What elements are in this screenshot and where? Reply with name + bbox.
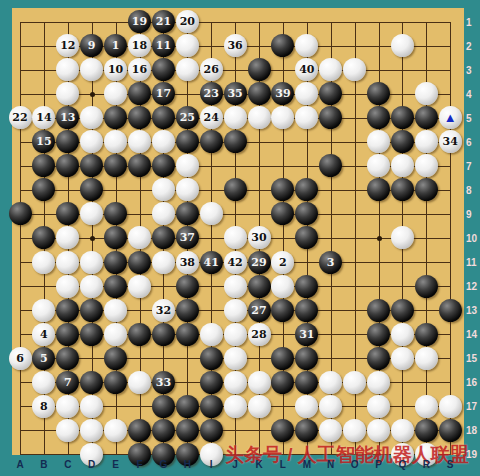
stone-A5: 22 xyxy=(9,106,32,129)
stone-L12 xyxy=(271,275,294,298)
stone-A15: 6 xyxy=(9,347,32,370)
stone-H7 xyxy=(176,154,199,177)
stone-C4 xyxy=(56,82,79,105)
stone-J13 xyxy=(224,299,247,322)
stone-B7 xyxy=(32,154,55,177)
stone-C17 xyxy=(56,395,79,418)
stone-Q2 xyxy=(391,34,414,57)
col-label-O: O xyxy=(351,459,359,470)
stone-I4: 23 xyxy=(200,82,223,105)
stone-Q10 xyxy=(391,226,414,249)
col-label-G: G xyxy=(160,459,168,470)
stone-B5: 14 xyxy=(32,106,55,129)
stone-Q8 xyxy=(391,178,414,201)
stone-M4 xyxy=(295,82,318,105)
stone-G17 xyxy=(152,395,175,418)
move-number: 27 xyxy=(251,305,266,316)
last-move-triangle-marker: ▲ xyxy=(444,111,457,124)
stone-C15 xyxy=(56,347,79,370)
stone-I17 xyxy=(200,395,223,418)
stone-D2: 9 xyxy=(80,34,103,57)
move-number: 39 xyxy=(275,88,290,99)
stone-Q15 xyxy=(391,347,414,370)
move-number: 29 xyxy=(251,257,266,268)
stone-M16 xyxy=(295,371,318,394)
stone-E2: 1 xyxy=(104,34,127,57)
stone-M9 xyxy=(295,202,318,225)
move-number: 1 xyxy=(112,40,120,51)
stone-L9 xyxy=(271,202,294,225)
stone-S6: 34 xyxy=(439,130,462,153)
row-label-2: 2 xyxy=(466,40,472,51)
stone-R17 xyxy=(415,395,438,418)
stone-C7 xyxy=(56,154,79,177)
stone-D6 xyxy=(80,130,103,153)
stone-G9 xyxy=(152,202,175,225)
move-number: 7 xyxy=(64,377,72,388)
stone-E3: 10 xyxy=(104,58,127,81)
stone-Q5 xyxy=(391,106,414,129)
stone-J2: 36 xyxy=(224,34,247,57)
stone-J10 xyxy=(224,226,247,249)
stone-R5 xyxy=(415,106,438,129)
stone-R12 xyxy=(415,275,438,298)
stone-P14 xyxy=(367,323,390,346)
stone-H3 xyxy=(176,58,199,81)
stone-Q13 xyxy=(391,299,414,322)
stone-G18 xyxy=(152,419,175,442)
stone-F11 xyxy=(128,251,151,274)
stone-E5 xyxy=(104,106,127,129)
stone-B13 xyxy=(32,299,55,322)
row-label-15: 15 xyxy=(466,353,477,364)
stone-S5: ▲ xyxy=(439,106,462,129)
stone-B16 xyxy=(32,371,55,394)
go-app-window: 1921201291181136101626401723353922141325… xyxy=(0,0,480,476)
stone-M10 xyxy=(295,226,318,249)
stone-F18 xyxy=(128,419,151,442)
stone-Q14 xyxy=(391,323,414,346)
move-number: 17 xyxy=(156,88,171,99)
stone-K3 xyxy=(248,58,271,81)
move-number: 12 xyxy=(60,40,75,51)
move-number: 22 xyxy=(12,112,27,123)
stone-B17: 8 xyxy=(32,395,55,418)
row-label-6: 6 xyxy=(466,136,472,147)
stone-M18 xyxy=(295,419,318,442)
stone-J14 xyxy=(224,323,247,346)
stone-E4 xyxy=(104,82,127,105)
move-number: 15 xyxy=(36,136,51,147)
stone-F1: 19 xyxy=(128,10,151,33)
stone-D3 xyxy=(80,58,103,81)
move-number: 25 xyxy=(180,112,195,123)
star-point xyxy=(377,236,382,241)
move-number: 30 xyxy=(251,232,266,243)
col-label-P: P xyxy=(375,459,382,470)
stone-J17 xyxy=(224,395,247,418)
stone-D5 xyxy=(80,106,103,129)
stone-L13 xyxy=(271,299,294,322)
stone-D11 xyxy=(80,251,103,274)
stone-Q6 xyxy=(391,130,414,153)
move-number: 6 xyxy=(16,353,24,364)
stone-G14 xyxy=(152,323,175,346)
stone-J12 xyxy=(224,275,247,298)
stone-H1: 20 xyxy=(176,10,199,33)
col-label-D: D xyxy=(88,459,95,470)
stone-G2: 11 xyxy=(152,34,175,57)
move-number: 42 xyxy=(227,257,242,268)
move-number: 31 xyxy=(299,329,314,340)
stone-B8 xyxy=(32,178,55,201)
stone-C16: 7 xyxy=(56,371,79,394)
stone-N5 xyxy=(319,106,342,129)
stone-J15 xyxy=(224,347,247,370)
move-number: 34 xyxy=(443,136,458,147)
move-number: 28 xyxy=(251,329,266,340)
stone-K4 xyxy=(248,82,271,105)
stone-G1: 21 xyxy=(152,10,175,33)
stone-F5 xyxy=(128,106,151,129)
stone-I3: 26 xyxy=(200,58,223,81)
stone-K16 xyxy=(248,371,271,394)
stone-C10 xyxy=(56,226,79,249)
stone-L16 xyxy=(271,371,294,394)
stone-G7 xyxy=(152,154,175,177)
stone-Q18 xyxy=(391,419,414,442)
stone-P18 xyxy=(367,419,390,442)
stone-K10: 30 xyxy=(248,226,271,249)
row-label-16: 16 xyxy=(466,377,477,388)
stone-B10 xyxy=(32,226,55,249)
stone-F14 xyxy=(128,323,151,346)
row-label-1: 1 xyxy=(466,16,472,27)
row-label-8: 8 xyxy=(466,184,472,195)
col-label-A: A xyxy=(16,459,23,470)
stone-J11: 42 xyxy=(224,251,247,274)
stone-I5: 24 xyxy=(200,106,223,129)
col-label-M: M xyxy=(303,459,311,470)
stone-R8 xyxy=(415,178,438,201)
stone-R7 xyxy=(415,154,438,177)
stone-L5 xyxy=(271,106,294,129)
stone-P8 xyxy=(367,178,390,201)
stone-K17 xyxy=(248,395,271,418)
move-number: 14 xyxy=(36,112,51,123)
move-number: 19 xyxy=(132,16,147,27)
stone-E9 xyxy=(104,202,127,225)
stone-M13 xyxy=(295,299,318,322)
stone-G4: 17 xyxy=(152,82,175,105)
stone-J6 xyxy=(224,130,247,153)
stone-O3 xyxy=(343,58,366,81)
stone-O18 xyxy=(343,419,366,442)
stone-G16: 33 xyxy=(152,371,175,394)
row-label-19: 19 xyxy=(466,449,477,460)
stone-H13 xyxy=(176,299,199,322)
move-number: 4 xyxy=(40,329,48,340)
stone-S17 xyxy=(439,395,462,418)
row-label-10: 10 xyxy=(466,232,477,243)
stone-K5 xyxy=(248,106,271,129)
stone-B15: 5 xyxy=(32,347,55,370)
stone-E11 xyxy=(104,251,127,274)
stone-L11: 2 xyxy=(271,251,294,274)
col-label-E: E xyxy=(112,459,119,470)
stone-F10 xyxy=(128,226,151,249)
stone-M8 xyxy=(295,178,318,201)
go-board[interactable]: 1921201291181136101626401723353922141325… xyxy=(12,8,464,455)
stone-L18 xyxy=(271,419,294,442)
col-label-K: K xyxy=(255,459,262,470)
move-number: 11 xyxy=(156,40,171,51)
stone-M14: 31 xyxy=(295,323,318,346)
move-number: 21 xyxy=(156,16,171,27)
stone-C3 xyxy=(56,58,79,81)
stone-C2: 12 xyxy=(56,34,79,57)
col-label-J: J xyxy=(232,459,238,470)
stone-F6 xyxy=(128,130,151,153)
col-label-L: L xyxy=(280,459,286,470)
stone-H14 xyxy=(176,323,199,346)
stone-N11: 3 xyxy=(319,251,342,274)
stone-L2 xyxy=(271,34,294,57)
stone-K11: 29 xyxy=(248,251,271,274)
row-label-14: 14 xyxy=(466,329,477,340)
stone-J8 xyxy=(224,178,247,201)
stone-P6 xyxy=(367,130,390,153)
stone-G8 xyxy=(152,178,175,201)
stone-H9 xyxy=(176,202,199,225)
move-number: 23 xyxy=(204,88,219,99)
stone-E18 xyxy=(104,419,127,442)
stone-M3: 40 xyxy=(295,58,318,81)
stone-R18 xyxy=(415,419,438,442)
stone-L4: 39 xyxy=(271,82,294,105)
stone-D7 xyxy=(80,154,103,177)
row-label-9: 9 xyxy=(466,208,472,219)
stone-F16 xyxy=(128,371,151,394)
row-label-11: 11 xyxy=(466,257,477,268)
stone-D9 xyxy=(80,202,103,225)
stone-G3 xyxy=(152,58,175,81)
col-label-S: S xyxy=(447,459,454,470)
col-label-N: N xyxy=(327,459,334,470)
move-number: 41 xyxy=(204,257,219,268)
col-label-F: F xyxy=(136,459,142,470)
move-number: 3 xyxy=(327,257,335,268)
stone-R14 xyxy=(415,323,438,346)
row-label-4: 4 xyxy=(466,88,472,99)
stone-E6 xyxy=(104,130,127,153)
stone-G10 xyxy=(152,226,175,249)
move-number: 16 xyxy=(132,64,147,75)
stone-A9 xyxy=(9,202,32,225)
stone-G5 xyxy=(152,106,175,129)
row-label-17: 17 xyxy=(466,401,477,412)
stone-C12 xyxy=(56,275,79,298)
stone-P7 xyxy=(367,154,390,177)
stone-O16 xyxy=(343,371,366,394)
stone-Q7 xyxy=(391,154,414,177)
stone-D17 xyxy=(80,395,103,418)
row-label-5: 5 xyxy=(466,112,472,123)
star-point xyxy=(90,92,95,97)
move-number: 33 xyxy=(156,377,171,388)
stone-B14: 4 xyxy=(32,323,55,346)
row-label-3: 3 xyxy=(466,64,472,75)
stone-I9 xyxy=(200,202,223,225)
stone-S13 xyxy=(439,299,462,322)
stone-F7 xyxy=(128,154,151,177)
stone-S18 xyxy=(439,419,462,442)
stone-E16 xyxy=(104,371,127,394)
stone-H12 xyxy=(176,275,199,298)
move-number: 10 xyxy=(108,64,123,75)
stone-F4 xyxy=(128,82,151,105)
move-number: 13 xyxy=(60,112,75,123)
move-number: 26 xyxy=(204,64,219,75)
stone-G13: 32 xyxy=(152,299,175,322)
move-number: 2 xyxy=(279,257,287,268)
stone-N3 xyxy=(319,58,342,81)
row-label-13: 13 xyxy=(466,305,477,316)
stone-R15 xyxy=(415,347,438,370)
move-number: 20 xyxy=(180,16,195,27)
stone-B6: 15 xyxy=(32,130,55,153)
stone-H17 xyxy=(176,395,199,418)
stone-C11 xyxy=(56,251,79,274)
stone-N16 xyxy=(319,371,342,394)
stone-B11 xyxy=(32,251,55,274)
stone-D8 xyxy=(80,178,103,201)
stone-E15 xyxy=(104,347,127,370)
stone-P16 xyxy=(367,371,390,394)
move-number: 32 xyxy=(156,305,171,316)
stone-I18 xyxy=(200,419,223,442)
stone-I14 xyxy=(200,323,223,346)
stone-D18 xyxy=(80,419,103,442)
stone-F3: 16 xyxy=(128,58,151,81)
stone-D13 xyxy=(80,299,103,322)
stone-N4 xyxy=(319,82,342,105)
stone-I6 xyxy=(200,130,223,153)
col-label-R: R xyxy=(423,459,430,470)
stone-K13: 27 xyxy=(248,299,271,322)
stone-G11 xyxy=(152,251,175,274)
stone-J4: 35 xyxy=(224,82,247,105)
stone-D14 xyxy=(80,323,103,346)
stone-H8 xyxy=(176,178,199,201)
stone-G6 xyxy=(152,130,175,153)
move-number: 9 xyxy=(88,40,96,51)
stone-L8 xyxy=(271,178,294,201)
stone-F2: 18 xyxy=(128,34,151,57)
stone-M15 xyxy=(295,347,318,370)
move-number: 24 xyxy=(204,112,219,123)
stone-D16 xyxy=(80,371,103,394)
col-label-Q: Q xyxy=(399,459,407,470)
move-number: 38 xyxy=(180,257,195,268)
stone-F12 xyxy=(128,275,151,298)
col-label-H: H xyxy=(184,459,191,470)
stone-K12 xyxy=(248,275,271,298)
row-label-18: 18 xyxy=(466,425,477,436)
stone-C14 xyxy=(56,323,79,346)
stone-M2 xyxy=(295,34,318,57)
stone-I11: 41 xyxy=(200,251,223,274)
stone-P4 xyxy=(367,82,390,105)
stone-N7 xyxy=(319,154,342,177)
stone-R4 xyxy=(415,82,438,105)
stone-R6 xyxy=(415,130,438,153)
col-label-I: I xyxy=(210,459,213,470)
stone-M5 xyxy=(295,106,318,129)
stone-E12 xyxy=(104,275,127,298)
row-label-12: 12 xyxy=(466,281,477,292)
stone-P15 xyxy=(367,347,390,370)
move-number: 40 xyxy=(299,64,314,75)
stone-E10 xyxy=(104,226,127,249)
stone-H2 xyxy=(176,34,199,57)
stone-H10: 37 xyxy=(176,226,199,249)
star-point xyxy=(90,236,95,241)
stone-C13 xyxy=(56,299,79,322)
move-number: 37 xyxy=(180,232,195,243)
move-number: 5 xyxy=(40,353,48,364)
stone-H18 xyxy=(176,419,199,442)
stone-H5: 25 xyxy=(176,106,199,129)
stone-C18 xyxy=(56,419,79,442)
move-number: 36 xyxy=(227,40,242,51)
stone-I16 xyxy=(200,371,223,394)
stone-E14 xyxy=(104,323,127,346)
stone-P5 xyxy=(367,106,390,129)
stone-J16 xyxy=(224,371,247,394)
stone-C9 xyxy=(56,202,79,225)
stone-L15 xyxy=(271,347,294,370)
stone-P17 xyxy=(367,395,390,418)
col-label-C: C xyxy=(64,459,71,470)
row-label-7: 7 xyxy=(466,160,472,171)
stone-E7 xyxy=(104,154,127,177)
grid-line-vertical xyxy=(450,22,451,455)
stone-H6 xyxy=(176,130,199,153)
stone-E13 xyxy=(104,299,127,322)
stone-P13 xyxy=(367,299,390,322)
stone-M12 xyxy=(295,275,318,298)
stone-N18 xyxy=(319,419,342,442)
move-number: 35 xyxy=(227,88,242,99)
move-number: 8 xyxy=(40,401,48,412)
stone-C5: 13 xyxy=(56,106,79,129)
col-label-B: B xyxy=(40,459,47,470)
stone-I15 xyxy=(200,347,223,370)
stone-H11: 38 xyxy=(176,251,199,274)
stone-C6 xyxy=(56,130,79,153)
stone-J5 xyxy=(224,106,247,129)
move-number: 18 xyxy=(132,40,147,51)
stone-N17 xyxy=(319,395,342,418)
stone-M17 xyxy=(295,395,318,418)
stone-K14: 28 xyxy=(248,323,271,346)
stone-D12 xyxy=(80,275,103,298)
